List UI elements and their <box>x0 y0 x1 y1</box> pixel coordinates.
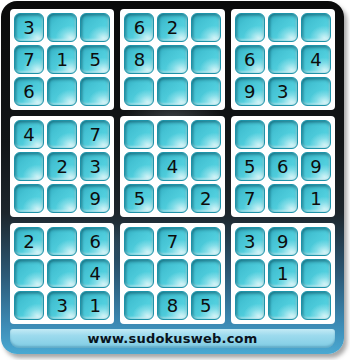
cell-r3c8[interactable]: 3 <box>268 77 298 106</box>
cell-r2c7[interactable]: 6 <box>235 45 265 74</box>
cell-r3c4[interactable] <box>124 77 154 106</box>
sudoku-grid: 371566286493472394525697126431785391 <box>10 9 335 324</box>
cell-r9c6[interactable]: 5 <box>191 291 221 320</box>
cell-r1c3[interactable] <box>80 13 110 42</box>
cell-r8c8[interactable]: 1 <box>268 259 298 288</box>
cell-r6c4[interactable]: 5 <box>124 184 154 213</box>
cell-r8c2[interactable] <box>47 259 77 288</box>
cell-r6c2[interactable] <box>47 184 77 213</box>
cell-r6c5[interactable] <box>157 184 187 213</box>
cell-r4c8[interactable] <box>268 120 298 149</box>
cell-r8c4[interactable] <box>124 259 154 288</box>
cell-r7c3[interactable]: 6 <box>80 227 110 256</box>
cell-r6c1[interactable] <box>14 184 44 213</box>
cell-r9c3[interactable]: 1 <box>80 291 110 320</box>
cell-r2c2[interactable]: 1 <box>47 45 77 74</box>
cell-r5c1[interactable] <box>14 152 44 181</box>
cell-r7c7[interactable]: 3 <box>235 227 265 256</box>
cell-r5c3[interactable]: 3 <box>80 152 110 181</box>
cell-r5c7[interactable]: 5 <box>235 152 265 181</box>
box-r3c3: 391 <box>231 223 335 324</box>
cell-r2c4[interactable]: 8 <box>124 45 154 74</box>
cell-r1c6[interactable] <box>191 13 221 42</box>
cell-r8c1[interactable] <box>14 259 44 288</box>
box-r3c2: 785 <box>120 223 224 324</box>
cell-r3c1[interactable]: 6 <box>14 77 44 106</box>
cell-r6c6[interactable]: 2 <box>191 184 221 213</box>
cell-r7c6[interactable] <box>191 227 221 256</box>
cell-r4c2[interactable] <box>47 120 77 149</box>
cell-r8c3[interactable]: 4 <box>80 259 110 288</box>
site-footer: www.sudokusweb.com <box>10 329 335 348</box>
cell-r9c8[interactable] <box>268 291 298 320</box>
cell-r8c9[interactable] <box>301 259 331 288</box>
cell-r4c5[interactable] <box>157 120 187 149</box>
cell-r1c7[interactable] <box>235 13 265 42</box>
cell-r1c4[interactable]: 6 <box>124 13 154 42</box>
box-r2c3: 56971 <box>231 116 335 217</box>
cell-r7c4[interactable] <box>124 227 154 256</box>
cell-r7c5[interactable]: 7 <box>157 227 187 256</box>
cell-r1c1[interactable]: 3 <box>14 13 44 42</box>
cell-r9c7[interactable] <box>235 291 265 320</box>
cell-r2c6[interactable] <box>191 45 221 74</box>
cell-r8c6[interactable] <box>191 259 221 288</box>
cell-r4c1[interactable]: 4 <box>14 120 44 149</box>
cell-r8c7[interactable] <box>235 259 265 288</box>
cell-r1c8[interactable] <box>268 13 298 42</box>
cell-r2c8[interactable] <box>268 45 298 74</box>
cell-r3c7[interactable]: 9 <box>235 77 265 106</box>
cell-r4c7[interactable] <box>235 120 265 149</box>
cell-r5c2[interactable]: 2 <box>47 152 77 181</box>
cell-r2c3[interactable]: 5 <box>80 45 110 74</box>
box-r2c2: 452 <box>120 116 224 217</box>
cell-r4c3[interactable]: 7 <box>80 120 110 149</box>
cell-r7c8[interactable]: 9 <box>268 227 298 256</box>
box-r1c2: 628 <box>120 9 224 110</box>
box-r3c1: 26431 <box>10 223 114 324</box>
cell-r6c8[interactable] <box>268 184 298 213</box>
cell-r3c5[interactable] <box>157 77 187 106</box>
box-r1c1: 37156 <box>10 9 114 110</box>
cell-r5c6[interactable] <box>191 152 221 181</box>
cell-r1c5[interactable]: 2 <box>157 13 187 42</box>
cell-r7c9[interactable] <box>301 227 331 256</box>
box-r2c1: 47239 <box>10 116 114 217</box>
cell-r3c2[interactable] <box>47 77 77 106</box>
cell-r6c3[interactable]: 9 <box>80 184 110 213</box>
sudoku-plaque: 371566286493472394525697126431785391 www… <box>1 1 344 354</box>
cell-r4c6[interactable] <box>191 120 221 149</box>
cell-r7c1[interactable]: 2 <box>14 227 44 256</box>
cell-r1c2[interactable] <box>47 13 77 42</box>
box-r1c3: 6493 <box>231 9 335 110</box>
site-url-link[interactable]: www.sudokusweb.com <box>88 331 258 346</box>
cell-r9c2[interactable]: 3 <box>47 291 77 320</box>
cell-r9c1[interactable] <box>14 291 44 320</box>
cell-r3c9[interactable] <box>301 77 331 106</box>
cell-r9c4[interactable] <box>124 291 154 320</box>
cell-r2c1[interactable]: 7 <box>14 45 44 74</box>
cell-r3c3[interactable] <box>80 77 110 106</box>
cell-r4c9[interactable] <box>301 120 331 149</box>
cell-r6c9[interactable]: 1 <box>301 184 331 213</box>
cell-r7c2[interactable] <box>47 227 77 256</box>
cell-r4c4[interactable] <box>124 120 154 149</box>
cell-r3c6[interactable] <box>191 77 221 106</box>
cell-r6c7[interactable]: 7 <box>235 184 265 213</box>
cell-r9c9[interactable] <box>301 291 331 320</box>
cell-r5c9[interactable]: 9 <box>301 152 331 181</box>
cell-r2c9[interactable]: 4 <box>301 45 331 74</box>
cell-r1c9[interactable] <box>301 13 331 42</box>
cell-r9c5[interactable]: 8 <box>157 291 187 320</box>
cell-r5c8[interactable]: 6 <box>268 152 298 181</box>
cell-r8c5[interactable] <box>157 259 187 288</box>
cell-r2c5[interactable] <box>157 45 187 74</box>
cell-r5c5[interactable]: 4 <box>157 152 187 181</box>
cell-r5c4[interactable] <box>124 152 154 181</box>
